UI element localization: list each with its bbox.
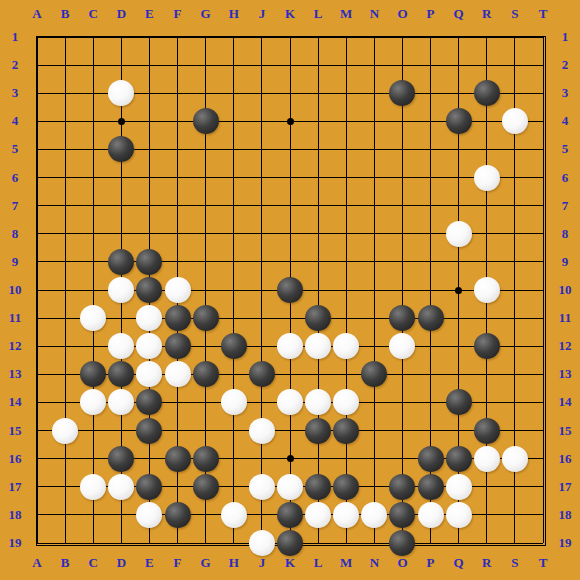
stone-black-P17 (418, 474, 444, 500)
stone-black-P16 (418, 446, 444, 472)
row-label-right-17: 17 (551, 480, 579, 494)
col-label-bottom-F: F (164, 556, 192, 570)
col-label-top-R: R (473, 7, 501, 21)
col-label-top-N: N (360, 7, 388, 21)
row-label-right-14: 14 (551, 395, 579, 409)
stone-white-F13 (165, 361, 191, 387)
row-label-right-12: 12 (551, 339, 579, 353)
col-label-top-E: E (135, 7, 163, 21)
stone-black-Q14 (446, 389, 472, 415)
star-point-K4 (287, 118, 294, 125)
stone-black-L15 (305, 418, 331, 444)
stone-black-G17 (193, 474, 219, 500)
star-point-K16 (287, 455, 294, 462)
row-label-left-11: 11 (1, 311, 29, 325)
stone-white-R6 (474, 165, 500, 191)
row-label-right-7: 7 (551, 199, 579, 213)
col-label-top-G: G (192, 7, 220, 21)
stone-black-G11 (193, 305, 219, 331)
stone-black-K19 (277, 530, 303, 556)
col-label-top-T: T (529, 7, 557, 21)
goban-background: AABBCCDDEEFFGGHHJJKKLLMMNNOOPPQQRRSSTT11… (0, 0, 580, 580)
row-label-right-11: 11 (551, 311, 579, 325)
row-label-right-6: 6 (551, 171, 579, 185)
col-label-top-L: L (304, 7, 332, 21)
col-label-top-M: M (332, 7, 360, 21)
col-label-top-F: F (164, 7, 192, 21)
row-label-right-18: 18 (551, 508, 579, 522)
col-label-bottom-A: A (23, 556, 51, 570)
stone-black-L17 (305, 474, 331, 500)
row-label-left-8: 8 (1, 227, 29, 241)
stone-white-J15 (249, 418, 275, 444)
row-label-right-8: 8 (551, 227, 579, 241)
col-label-top-Q: Q (445, 7, 473, 21)
col-label-top-A: A (23, 7, 51, 21)
stone-black-F16 (165, 446, 191, 472)
row-label-left-16: 16 (1, 452, 29, 466)
col-label-top-D: D (107, 7, 135, 21)
col-label-bottom-S: S (501, 556, 529, 570)
col-label-bottom-B: B (51, 556, 79, 570)
row-label-left-14: 14 (1, 395, 29, 409)
col-label-bottom-M: M (332, 556, 360, 570)
row-label-right-9: 9 (551, 255, 579, 269)
col-label-top-S: S (501, 7, 529, 21)
col-label-top-P: P (417, 7, 445, 21)
stone-white-M18 (333, 502, 359, 528)
col-label-top-O: O (388, 7, 416, 21)
row-label-right-10: 10 (551, 283, 579, 297)
col-label-bottom-D: D (107, 556, 135, 570)
stone-white-Q8 (446, 221, 472, 247)
row-label-left-19: 19 (1, 536, 29, 550)
stone-black-F12 (165, 333, 191, 359)
stone-black-R3 (474, 80, 500, 106)
col-label-top-J: J (248, 7, 276, 21)
col-label-bottom-C: C (79, 556, 107, 570)
col-label-bottom-E: E (135, 556, 163, 570)
row-label-left-1: 1 (1, 30, 29, 44)
stone-black-E15 (136, 418, 162, 444)
stone-black-G16 (193, 446, 219, 472)
col-label-bottom-K: K (276, 556, 304, 570)
col-label-top-B: B (51, 7, 79, 21)
stone-white-K17 (277, 474, 303, 500)
stone-white-J17 (249, 474, 275, 500)
stone-black-P11 (418, 305, 444, 331)
row-label-right-16: 16 (551, 452, 579, 466)
col-label-bottom-J: J (248, 556, 276, 570)
stone-white-D17 (108, 474, 134, 500)
stone-black-Q16 (446, 446, 472, 472)
stone-white-F10 (165, 277, 191, 303)
row-label-right-19: 19 (551, 536, 579, 550)
stone-black-F18 (165, 502, 191, 528)
row-label-right-2: 2 (551, 58, 579, 72)
row-label-left-7: 7 (1, 199, 29, 213)
row-label-left-12: 12 (1, 339, 29, 353)
row-label-left-2: 2 (1, 58, 29, 72)
row-label-left-9: 9 (1, 255, 29, 269)
stone-white-R16 (474, 446, 500, 472)
row-label-right-15: 15 (551, 424, 579, 438)
stone-white-L18 (305, 502, 331, 528)
col-label-bottom-T: T (529, 556, 557, 570)
stone-black-K10 (277, 277, 303, 303)
star-point-D4 (118, 118, 125, 125)
stone-black-M17 (333, 474, 359, 500)
row-label-left-3: 3 (1, 86, 29, 100)
col-label-bottom-G: G (192, 556, 220, 570)
stone-black-F11 (165, 305, 191, 331)
row-label-right-13: 13 (551, 367, 579, 381)
row-label-left-10: 10 (1, 283, 29, 297)
stone-white-J19 (249, 530, 275, 556)
stone-white-Q17 (446, 474, 472, 500)
stone-white-P18 (418, 502, 444, 528)
stone-black-G13 (193, 361, 219, 387)
stone-black-G4 (193, 108, 219, 134)
col-label-bottom-O: O (388, 556, 416, 570)
col-label-bottom-R: R (473, 556, 501, 570)
stone-black-K18 (277, 502, 303, 528)
row-label-left-13: 13 (1, 367, 29, 381)
stone-white-R10 (474, 277, 500, 303)
row-label-left-4: 4 (1, 114, 29, 128)
row-label-left-18: 18 (1, 508, 29, 522)
row-label-right-5: 5 (551, 142, 579, 156)
stone-black-R15 (474, 418, 500, 444)
stone-black-Q4 (446, 108, 472, 134)
row-label-right-4: 4 (551, 114, 579, 128)
stone-white-Q18 (446, 502, 472, 528)
col-label-top-K: K (276, 7, 304, 21)
stone-white-H18 (221, 502, 247, 528)
stone-black-M15 (333, 418, 359, 444)
row-label-left-17: 17 (1, 480, 29, 494)
col-label-bottom-H: H (220, 556, 248, 570)
col-label-top-H: H (220, 7, 248, 21)
col-label-bottom-Q: Q (445, 556, 473, 570)
star-point-Q10 (455, 287, 462, 294)
row-label-right-1: 1 (551, 30, 579, 44)
stone-black-O19 (389, 530, 415, 556)
go-board[interactable]: AABBCCDDEEFFGGHHJJKKLLMMNNOOPPQQRRSSTT11… (0, 0, 580, 580)
stone-black-D16 (108, 446, 134, 472)
col-label-bottom-P: P (417, 556, 445, 570)
row-label-left-15: 15 (1, 424, 29, 438)
row-label-left-6: 6 (1, 171, 29, 185)
row-label-left-5: 5 (1, 142, 29, 156)
stone-white-B15 (52, 418, 78, 444)
row-label-right-3: 3 (551, 86, 579, 100)
stone-black-R12 (474, 333, 500, 359)
col-label-top-C: C (79, 7, 107, 21)
stone-black-H12 (221, 333, 247, 359)
col-label-bottom-N: N (360, 556, 388, 570)
col-label-bottom-L: L (304, 556, 332, 570)
stone-white-S16 (502, 446, 528, 472)
stone-white-C17 (80, 474, 106, 500)
